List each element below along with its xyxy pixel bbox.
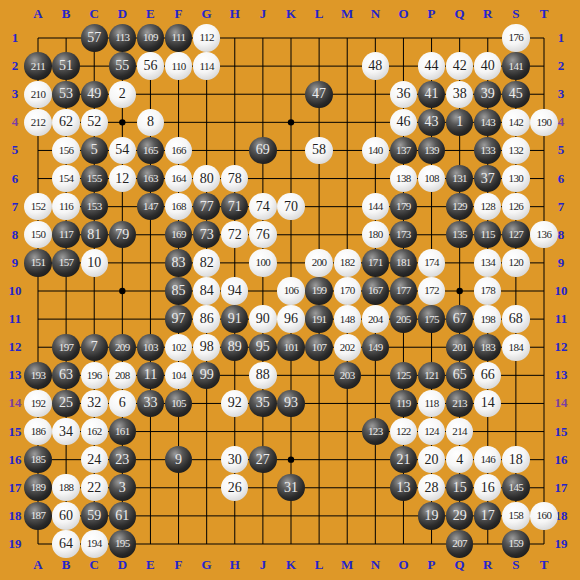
stone-black-R12: 183 bbox=[474, 334, 501, 361]
stone-black-O9: 181 bbox=[390, 249, 417, 276]
stone-white-M12: 202 bbox=[334, 334, 361, 361]
stone-white-R13: 66 bbox=[474, 362, 501, 389]
stone-black-F14: 105 bbox=[165, 390, 192, 417]
col-label-top-C[interactable]: C bbox=[90, 6, 99, 22]
stone-black-C3: 49 bbox=[81, 81, 108, 108]
stone-black-J14: 35 bbox=[249, 390, 276, 417]
stone-black-Q18: 29 bbox=[446, 502, 473, 529]
col-label-bottom-G[interactable]: G bbox=[202, 557, 212, 573]
row-label-left-8[interactable]: 8 bbox=[12, 227, 19, 243]
row-label-right-9[interactable]: 9 bbox=[558, 255, 565, 271]
stone-white-H8: 72 bbox=[221, 221, 248, 248]
stone-white-S11: 68 bbox=[502, 305, 529, 332]
stone-white-A3: 210 bbox=[24, 81, 51, 108]
stone-black-K14: 93 bbox=[277, 390, 304, 417]
stone-black-A17: 189 bbox=[24, 474, 51, 501]
stone-black-P4: 43 bbox=[418, 109, 445, 136]
stone-black-R4: 143 bbox=[474, 109, 501, 136]
stone-white-D3: 2 bbox=[109, 81, 136, 108]
stone-black-B13: 63 bbox=[52, 362, 79, 389]
col-label-bottom-P[interactable]: P bbox=[428, 557, 436, 573]
stone-white-T4: 190 bbox=[530, 109, 557, 136]
stone-black-G7: 77 bbox=[193, 193, 220, 220]
col-label-bottom-L[interactable]: L bbox=[315, 557, 324, 573]
stone-white-P15: 124 bbox=[418, 418, 445, 445]
stone-white-A7: 152 bbox=[24, 193, 51, 220]
stone-black-R6: 37 bbox=[474, 165, 501, 192]
stone-white-S1: 176 bbox=[502, 24, 529, 51]
col-label-top-R[interactable]: R bbox=[483, 6, 492, 22]
stone-white-P9: 174 bbox=[418, 249, 445, 276]
stone-white-A15: 186 bbox=[24, 418, 51, 445]
stone-black-F16: 9 bbox=[165, 446, 192, 473]
stone-white-J9: 100 bbox=[249, 249, 276, 276]
col-label-bottom-C[interactable]: C bbox=[90, 557, 99, 573]
stone-black-K17: 31 bbox=[277, 474, 304, 501]
stone-white-S4: 142 bbox=[502, 109, 529, 136]
row-label-left-12[interactable]: 12 bbox=[9, 339, 22, 355]
stone-black-B14: 25 bbox=[52, 390, 79, 417]
stone-black-Q17: 15 bbox=[446, 474, 473, 501]
stone-black-H7: 71 bbox=[221, 193, 248, 220]
stone-black-C12: 7 bbox=[81, 334, 108, 361]
col-label-bottom-N[interactable]: N bbox=[371, 557, 380, 573]
stone-black-C7: 153 bbox=[81, 193, 108, 220]
stone-white-F2: 110 bbox=[165, 52, 192, 79]
stone-white-S16: 18 bbox=[502, 446, 529, 473]
stone-black-O17: 13 bbox=[390, 474, 417, 501]
stone-white-G12: 98 bbox=[193, 334, 220, 361]
stone-white-J13: 88 bbox=[249, 362, 276, 389]
stone-black-P11: 175 bbox=[418, 305, 445, 332]
col-label-top-B[interactable]: B bbox=[62, 6, 71, 22]
stone-black-P3: 41 bbox=[418, 81, 445, 108]
stone-white-O6: 138 bbox=[390, 165, 417, 192]
stone-black-L11: 191 bbox=[305, 305, 332, 332]
col-label-bottom-O[interactable]: O bbox=[398, 557, 408, 573]
stone-white-G10: 84 bbox=[193, 277, 220, 304]
stone-black-O16: 21 bbox=[390, 446, 417, 473]
stone-white-Q16: 4 bbox=[446, 446, 473, 473]
col-label-top-L[interactable]: L bbox=[315, 6, 324, 22]
stone-white-S5: 132 bbox=[502, 137, 529, 164]
stone-black-O14: 119 bbox=[390, 390, 417, 417]
stone-white-P10: 172 bbox=[418, 277, 445, 304]
stone-black-J5: 69 bbox=[249, 137, 276, 164]
col-label-top-J[interactable]: J bbox=[260, 6, 267, 22]
row-label-right-2[interactable]: 2 bbox=[558, 58, 565, 74]
stone-black-C1: 57 bbox=[81, 24, 108, 51]
stone-black-A16: 185 bbox=[24, 446, 51, 473]
stone-white-S18: 158 bbox=[502, 502, 529, 529]
col-label-bottom-E[interactable]: E bbox=[146, 557, 155, 573]
stone-black-D12: 209 bbox=[109, 334, 136, 361]
stone-white-H14: 92 bbox=[221, 390, 248, 417]
stone-black-A13: 193 bbox=[24, 362, 51, 389]
stone-black-F1: 111 bbox=[165, 24, 192, 51]
stone-black-B9: 157 bbox=[52, 249, 79, 276]
stone-white-P6: 108 bbox=[418, 165, 445, 192]
col-label-top-D[interactable]: D bbox=[118, 6, 127, 22]
col-label-bottom-S[interactable]: S bbox=[512, 557, 519, 573]
stone-black-L3: 47 bbox=[305, 81, 332, 108]
stone-black-P5: 139 bbox=[418, 137, 445, 164]
stone-black-A9: 151 bbox=[24, 249, 51, 276]
stone-black-Q13: 65 bbox=[446, 362, 473, 389]
stone-black-A18: 187 bbox=[24, 502, 51, 529]
stone-black-N9: 171 bbox=[362, 249, 389, 276]
col-label-top-E[interactable]: E bbox=[146, 6, 155, 22]
stone-white-B18: 60 bbox=[52, 502, 79, 529]
stone-black-S17: 145 bbox=[502, 474, 529, 501]
stone-white-S6: 130 bbox=[502, 165, 529, 192]
stone-white-K10: 106 bbox=[277, 277, 304, 304]
stone-white-G11: 86 bbox=[193, 305, 220, 332]
stone-black-O5: 137 bbox=[390, 137, 417, 164]
col-label-bottom-R[interactable]: R bbox=[483, 557, 492, 573]
stone-black-Q6: 131 bbox=[446, 165, 473, 192]
stone-black-O8: 173 bbox=[390, 221, 417, 248]
stone-white-C13: 196 bbox=[81, 362, 108, 389]
row-label-left-18[interactable]: 18 bbox=[9, 508, 22, 524]
row-label-right-1[interactable]: 1 bbox=[558, 30, 565, 46]
stone-white-N2: 48 bbox=[362, 52, 389, 79]
stone-white-P14: 118 bbox=[418, 390, 445, 417]
row-label-left-1[interactable]: 1 bbox=[12, 30, 19, 46]
stone-black-F10: 85 bbox=[165, 277, 192, 304]
col-label-top-G[interactable]: G bbox=[202, 6, 212, 22]
stone-white-M11: 148 bbox=[334, 305, 361, 332]
row-label-left-13[interactable]: 13 bbox=[9, 367, 22, 383]
col-label-top-K[interactable]: K bbox=[286, 6, 296, 22]
row-label-left-15[interactable]: 15 bbox=[9, 424, 22, 440]
stone-black-O11: 205 bbox=[390, 305, 417, 332]
col-label-top-P[interactable]: P bbox=[428, 6, 436, 22]
stone-black-J12: 95 bbox=[249, 334, 276, 361]
stone-white-C19: 194 bbox=[81, 530, 108, 557]
stone-black-H12: 89 bbox=[221, 334, 248, 361]
stone-white-A14: 192 bbox=[24, 390, 51, 417]
stone-black-G8: 73 bbox=[193, 221, 220, 248]
col-label-bottom-A[interactable]: A bbox=[33, 557, 42, 573]
col-label-bottom-T[interactable]: T bbox=[540, 557, 549, 573]
stone-black-P13: 121 bbox=[418, 362, 445, 389]
stone-white-F13: 104 bbox=[165, 362, 192, 389]
row-label-left-16[interactable]: 16 bbox=[9, 452, 22, 468]
stone-white-O3: 36 bbox=[390, 81, 417, 108]
stone-black-Q12: 201 bbox=[446, 334, 473, 361]
col-label-bottom-F[interactable]: F bbox=[175, 557, 183, 573]
stone-black-D15: 161 bbox=[109, 418, 136, 445]
stone-white-F5: 166 bbox=[165, 137, 192, 164]
stone-black-C5: 5 bbox=[81, 137, 108, 164]
row-label-left-5[interactable]: 5 bbox=[12, 142, 19, 158]
stone-white-G1: 112 bbox=[193, 24, 220, 51]
stone-black-C6: 155 bbox=[81, 165, 108, 192]
stone-white-M10: 170 bbox=[334, 277, 361, 304]
stone-white-S9: 120 bbox=[502, 249, 529, 276]
stone-white-B6: 154 bbox=[52, 165, 79, 192]
stone-white-C17: 22 bbox=[81, 474, 108, 501]
stone-white-F7: 168 bbox=[165, 193, 192, 220]
col-label-top-T[interactable]: T bbox=[540, 6, 549, 22]
stone-white-C4: 52 bbox=[81, 109, 108, 136]
stone-black-B8: 117 bbox=[52, 221, 79, 248]
row-label-left-4[interactable]: 4 bbox=[12, 114, 19, 130]
stone-white-D14: 6 bbox=[109, 390, 136, 417]
stone-black-Q8: 135 bbox=[446, 221, 473, 248]
row-label-right-5[interactable]: 5 bbox=[558, 142, 565, 158]
col-label-top-A[interactable]: A bbox=[33, 6, 42, 22]
stone-white-F6: 164 bbox=[165, 165, 192, 192]
stone-black-S2: 141 bbox=[502, 52, 529, 79]
stone-black-B3: 53 bbox=[52, 81, 79, 108]
col-label-bottom-M[interactable]: M bbox=[341, 557, 353, 573]
stone-black-F8: 169 bbox=[165, 221, 192, 248]
stone-white-P17: 28 bbox=[418, 474, 445, 501]
col-label-top-H[interactable]: H bbox=[230, 6, 240, 22]
stone-black-S3: 45 bbox=[502, 81, 529, 108]
row-label-right-4[interactable]: 4 bbox=[558, 114, 565, 130]
stone-black-Q19: 207 bbox=[446, 530, 473, 557]
stone-black-F11: 97 bbox=[165, 305, 192, 332]
stone-white-B19: 64 bbox=[52, 530, 79, 557]
stone-black-J16: 27 bbox=[249, 446, 276, 473]
stone-white-R9: 134 bbox=[474, 249, 501, 276]
col-label-top-N[interactable]: N bbox=[371, 6, 380, 22]
stone-white-O15: 122 bbox=[390, 418, 417, 445]
stone-black-P18: 19 bbox=[418, 502, 445, 529]
col-label-top-O[interactable]: O bbox=[398, 6, 408, 22]
stone-white-A4: 212 bbox=[24, 109, 51, 136]
stone-white-E4: 8 bbox=[137, 109, 164, 136]
stone-white-G2: 114 bbox=[193, 52, 220, 79]
stone-white-R14: 14 bbox=[474, 390, 501, 417]
stone-black-F9: 83 bbox=[165, 249, 192, 276]
stone-white-R16: 146 bbox=[474, 446, 501, 473]
stone-black-N15: 123 bbox=[362, 418, 389, 445]
stone-black-R5: 133 bbox=[474, 137, 501, 164]
stone-black-E6: 163 bbox=[137, 165, 164, 192]
row-label-left-9[interactable]: 9 bbox=[12, 255, 19, 271]
row-label-left-14[interactable]: 14 bbox=[9, 395, 22, 411]
stone-black-N12: 149 bbox=[362, 334, 389, 361]
stone-black-H11: 91 bbox=[221, 305, 248, 332]
stone-white-J7: 74 bbox=[249, 193, 276, 220]
stone-white-B7: 116 bbox=[52, 193, 79, 220]
stone-black-A2: 211 bbox=[24, 52, 51, 79]
stone-white-D6: 12 bbox=[109, 165, 136, 192]
stone-black-R18: 17 bbox=[474, 502, 501, 529]
stone-white-H16: 30 bbox=[221, 446, 248, 473]
stone-white-R11: 198 bbox=[474, 305, 501, 332]
stone-black-B12: 197 bbox=[52, 334, 79, 361]
stone-black-K12: 101 bbox=[277, 334, 304, 361]
stone-white-C15: 162 bbox=[81, 418, 108, 445]
row-label-left-10[interactable]: 10 bbox=[9, 283, 22, 299]
stone-black-N10: 167 bbox=[362, 277, 389, 304]
stone-white-R2: 40 bbox=[474, 52, 501, 79]
stone-black-E1: 109 bbox=[137, 24, 164, 51]
stone-black-S19: 159 bbox=[502, 530, 529, 557]
stone-white-Q3: 38 bbox=[446, 81, 473, 108]
stone-white-S7: 126 bbox=[502, 193, 529, 220]
stone-black-E7: 147 bbox=[137, 193, 164, 220]
stone-white-B4: 62 bbox=[52, 109, 79, 136]
col-label-bottom-K[interactable]: K bbox=[286, 557, 296, 573]
row-label-left-11[interactable]: 11 bbox=[9, 311, 21, 327]
stone-black-D8: 79 bbox=[109, 221, 136, 248]
stone-black-Q7: 129 bbox=[446, 193, 473, 220]
stone-white-N11: 204 bbox=[362, 305, 389, 332]
stone-white-F12: 102 bbox=[165, 334, 192, 361]
stone-black-O7: 179 bbox=[390, 193, 417, 220]
stone-white-L9: 200 bbox=[305, 249, 332, 276]
row-label-right-7[interactable]: 7 bbox=[558, 199, 565, 215]
stone-black-D1: 113 bbox=[109, 24, 136, 51]
row-label-left-2[interactable]: 2 bbox=[12, 58, 19, 74]
row-label-left-19[interactable]: 19 bbox=[9, 536, 22, 552]
col-label-top-Q[interactable]: Q bbox=[455, 6, 465, 22]
col-label-bottom-B[interactable]: B bbox=[62, 557, 71, 573]
stone-black-E14: 33 bbox=[137, 390, 164, 417]
stone-white-R7: 128 bbox=[474, 193, 501, 220]
stone-white-Q2: 42 bbox=[446, 52, 473, 79]
col-label-bottom-Q[interactable]: Q bbox=[455, 557, 465, 573]
stone-black-E13: 11 bbox=[137, 362, 164, 389]
stone-white-N5: 140 bbox=[362, 137, 389, 164]
stone-white-O4: 46 bbox=[390, 109, 417, 136]
stone-white-H10: 94 bbox=[221, 277, 248, 304]
stone-white-R10: 178 bbox=[474, 277, 501, 304]
stone-black-R8: 115 bbox=[474, 221, 501, 248]
stone-black-E5: 165 bbox=[137, 137, 164, 164]
stone-white-B15: 34 bbox=[52, 418, 79, 445]
stone-white-G6: 80 bbox=[193, 165, 220, 192]
stone-white-D13: 208 bbox=[109, 362, 136, 389]
stone-black-C18: 59 bbox=[81, 502, 108, 529]
stone-white-K11: 96 bbox=[277, 305, 304, 332]
stone-white-P16: 20 bbox=[418, 446, 445, 473]
stone-black-Q11: 67 bbox=[446, 305, 473, 332]
stones-grid: 5711310911111217621151555611011448444240… bbox=[24, 24, 558, 558]
stone-white-Q15: 214 bbox=[446, 418, 473, 445]
stone-black-Q4: 1 bbox=[446, 109, 473, 136]
row-label-left-3[interactable]: 3 bbox=[12, 86, 19, 102]
row-label-right-3[interactable]: 3 bbox=[558, 86, 565, 102]
stone-black-D18: 61 bbox=[109, 502, 136, 529]
row-label-right-8[interactable]: 8 bbox=[558, 227, 565, 243]
col-label-top-S[interactable]: S bbox=[512, 6, 519, 22]
stone-white-N7: 144 bbox=[362, 193, 389, 220]
row-label-right-6[interactable]: 6 bbox=[558, 171, 565, 187]
stone-black-L12: 107 bbox=[305, 334, 332, 361]
stone-white-D5: 54 bbox=[109, 137, 136, 164]
stone-black-G13: 99 bbox=[193, 362, 220, 389]
stone-white-N8: 180 bbox=[362, 221, 389, 248]
stone-black-D2: 55 bbox=[109, 52, 136, 79]
col-label-bottom-H[interactable]: H bbox=[230, 557, 240, 573]
row-label-left-17[interactable]: 17 bbox=[9, 480, 22, 496]
stone-white-R17: 16 bbox=[474, 474, 501, 501]
row-label-left-6[interactable]: 6 bbox=[12, 171, 19, 187]
stone-black-Q14: 213 bbox=[446, 390, 473, 417]
stone-white-C9: 10 bbox=[81, 249, 108, 276]
stone-black-D17: 3 bbox=[109, 474, 136, 501]
stone-white-B5: 156 bbox=[52, 137, 79, 164]
stone-white-E2: 56 bbox=[137, 52, 164, 79]
go-board: AABBCCDDEEFFGGHHJJKKLLMMNNOOPPQQRRSSTT11… bbox=[0, 0, 580, 580]
stone-white-J11: 90 bbox=[249, 305, 276, 332]
row-label-left-7[interactable]: 7 bbox=[12, 199, 19, 215]
stone-black-B2: 51 bbox=[52, 52, 79, 79]
col-label-top-M[interactable]: M bbox=[341, 6, 353, 22]
stone-white-H17: 26 bbox=[221, 474, 248, 501]
stone-white-T18: 160 bbox=[530, 502, 557, 529]
stone-white-J8: 76 bbox=[249, 221, 276, 248]
stone-white-C14: 32 bbox=[81, 390, 108, 417]
col-label-bottom-J[interactable]: J bbox=[260, 557, 267, 573]
stone-black-O13: 125 bbox=[390, 362, 417, 389]
stone-black-S8: 127 bbox=[502, 221, 529, 248]
stone-black-D16: 23 bbox=[109, 446, 136, 473]
col-label-top-F[interactable]: F bbox=[175, 6, 183, 22]
stone-white-C16: 24 bbox=[81, 446, 108, 473]
col-label-bottom-D[interactable]: D bbox=[118, 557, 127, 573]
stone-white-M9: 182 bbox=[334, 249, 361, 276]
stone-black-E12: 103 bbox=[137, 334, 164, 361]
stone-black-D19: 195 bbox=[109, 530, 136, 557]
stone-black-L10: 199 bbox=[305, 277, 332, 304]
stone-white-T8: 136 bbox=[530, 221, 557, 248]
stone-white-S12: 184 bbox=[502, 334, 529, 361]
stone-white-B17: 188 bbox=[52, 474, 79, 501]
stone-black-R3: 39 bbox=[474, 81, 501, 108]
stone-white-G9: 82 bbox=[193, 249, 220, 276]
stone-white-H6: 78 bbox=[221, 165, 248, 192]
stone-black-O10: 177 bbox=[390, 277, 417, 304]
stone-black-C8: 81 bbox=[81, 221, 108, 248]
stone-white-P2: 44 bbox=[418, 52, 445, 79]
stone-white-L5: 58 bbox=[305, 137, 332, 164]
stone-white-K7: 70 bbox=[277, 193, 304, 220]
stone-white-A8: 150 bbox=[24, 221, 51, 248]
stone-black-M13: 203 bbox=[334, 362, 361, 389]
